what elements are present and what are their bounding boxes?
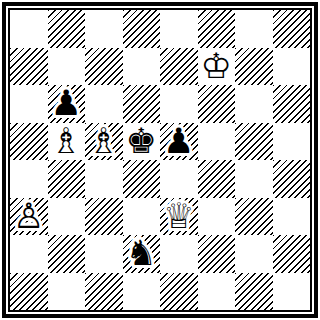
square-d8[interactable] — [123, 10, 161, 48]
square-g1[interactable] — [235, 273, 273, 311]
square-a1[interactable] — [10, 273, 48, 311]
chess-board: ♔♟♗♗♚♟♙♕♞ — [8, 8, 312, 312]
square-e8[interactable] — [160, 10, 198, 48]
square-c2[interactable] — [85, 235, 123, 273]
square-e5[interactable]: ♟ — [160, 123, 198, 161]
square-b2[interactable] — [48, 235, 86, 273]
square-h8[interactable] — [273, 10, 311, 48]
white-king[interactable]: ♔ — [201, 49, 232, 84]
square-a4[interactable] — [10, 160, 48, 198]
square-a8[interactable] — [10, 10, 48, 48]
square-g5[interactable] — [235, 123, 273, 161]
square-g7[interactable] — [235, 48, 273, 86]
square-g2[interactable] — [235, 235, 273, 273]
square-c7[interactable] — [85, 48, 123, 86]
square-b8[interactable] — [48, 10, 86, 48]
square-c1[interactable] — [85, 273, 123, 311]
square-c3[interactable] — [85, 198, 123, 236]
square-a3[interactable]: ♙ — [10, 198, 48, 236]
square-h7[interactable] — [273, 48, 311, 86]
square-e2[interactable] — [160, 235, 198, 273]
square-f2[interactable] — [198, 235, 236, 273]
square-b1[interactable] — [48, 273, 86, 311]
square-a6[interactable] — [10, 85, 48, 123]
square-b3[interactable] — [48, 198, 86, 236]
black-pawn[interactable]: ♟ — [51, 86, 82, 121]
square-d1[interactable] — [123, 273, 161, 311]
square-g8[interactable] — [235, 10, 273, 48]
square-b6[interactable]: ♟ — [48, 85, 86, 123]
square-b5[interactable]: ♗ — [48, 123, 86, 161]
square-h3[interactable] — [273, 198, 311, 236]
square-b7[interactable] — [48, 48, 86, 86]
square-g3[interactable] — [235, 198, 273, 236]
square-f8[interactable] — [198, 10, 236, 48]
square-d7[interactable] — [123, 48, 161, 86]
square-e1[interactable] — [160, 273, 198, 311]
square-h2[interactable] — [273, 235, 311, 273]
square-f7[interactable]: ♔ — [198, 48, 236, 86]
square-a5[interactable] — [10, 123, 48, 161]
black-knight[interactable]: ♞ — [126, 236, 157, 271]
square-a2[interactable] — [10, 235, 48, 273]
square-g6[interactable] — [235, 85, 273, 123]
square-h4[interactable] — [273, 160, 311, 198]
square-d6[interactable] — [123, 85, 161, 123]
white-queen[interactable]: ♕ — [163, 199, 194, 234]
square-f3[interactable] — [198, 198, 236, 236]
black-pawn[interactable]: ♟ — [163, 124, 194, 159]
square-f6[interactable] — [198, 85, 236, 123]
square-c4[interactable] — [85, 160, 123, 198]
square-e4[interactable] — [160, 160, 198, 198]
black-king[interactable]: ♚ — [126, 124, 157, 159]
square-c8[interactable] — [85, 10, 123, 48]
square-d4[interactable] — [123, 160, 161, 198]
square-e6[interactable] — [160, 85, 198, 123]
diagram-background: ♔♟♗♗♚♟♙♕♞ — [0, 0, 320, 320]
square-a7[interactable] — [10, 48, 48, 86]
square-h1[interactable] — [273, 273, 311, 311]
square-d5[interactable]: ♚ — [123, 123, 161, 161]
white-bishop[interactable]: ♗ — [88, 124, 119, 159]
square-e7[interactable] — [160, 48, 198, 86]
square-c6[interactable] — [85, 85, 123, 123]
white-pawn[interactable]: ♙ — [13, 199, 44, 234]
square-h6[interactable] — [273, 85, 311, 123]
square-f5[interactable] — [198, 123, 236, 161]
square-f1[interactable] — [198, 273, 236, 311]
square-g4[interactable] — [235, 160, 273, 198]
square-f4[interactable] — [198, 160, 236, 198]
chess-board-frame: ♔♟♗♗♚♟♙♕♞ — [2, 2, 318, 318]
square-d2[interactable]: ♞ — [123, 235, 161, 273]
square-b4[interactable] — [48, 160, 86, 198]
square-d3[interactable] — [123, 198, 161, 236]
white-bishop[interactable]: ♗ — [51, 124, 82, 159]
square-c5[interactable]: ♗ — [85, 123, 123, 161]
square-h5[interactable] — [273, 123, 311, 161]
square-e3[interactable]: ♕ — [160, 198, 198, 236]
